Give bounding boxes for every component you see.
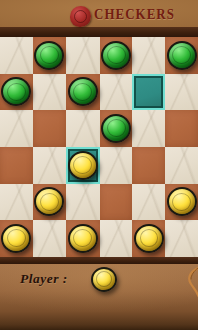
square-0-0 [0,37,33,74]
square-4-0 [0,184,33,221]
square-4-1[interactable] [33,184,66,221]
move-target-square[interactable] [132,74,165,111]
green-piece[interactable] [167,41,197,70]
checkers-app: CHECKERS Player : [0,0,198,330]
square-0-5[interactable] [165,37,198,74]
green-piece[interactable] [68,77,98,106]
app-title: CHECKERS [94,6,175,23]
yellow-piece[interactable] [68,224,98,253]
square-0-1[interactable] [33,37,66,74]
square-1-1 [33,74,66,111]
square-2-5[interactable] [165,110,198,147]
square-2-1[interactable] [33,110,66,147]
green-piece[interactable] [101,114,131,143]
square-5-2[interactable] [66,220,100,257]
square-5-0[interactable] [0,220,33,257]
square-5-1 [33,220,66,257]
green-piece[interactable] [1,77,31,106]
square-2-4 [132,110,165,147]
square-4-2 [66,184,100,221]
square-0-2 [66,37,100,74]
square-5-5 [165,220,198,257]
square-3-1 [33,147,66,184]
square-1-0[interactable] [0,74,33,111]
top-divider-bar [0,27,198,37]
yellow-piece[interactable] [68,151,98,180]
square-4-5[interactable] [165,184,198,221]
checkers-board [0,37,198,257]
square-2-2 [66,110,100,147]
header: CHECKERS [0,0,198,27]
green-piece[interactable] [101,41,131,70]
square-5-3 [100,220,133,257]
square-4-4 [132,184,165,221]
square-4-3[interactable] [100,184,133,221]
square-5-4[interactable] [132,220,165,257]
status-bar: Player : [0,264,198,330]
square-3-4[interactable] [132,147,165,184]
bottom-divider-bar [0,257,198,264]
yellow-piece[interactable] [134,224,164,253]
green-piece[interactable] [34,41,64,70]
square-3-5 [165,147,198,184]
square-1-2[interactable] [66,74,100,111]
yellow-piece[interactable] [1,224,31,253]
square-2-3[interactable] [100,110,133,147]
selected-square[interactable] [66,147,100,184]
square-3-0[interactable] [0,147,33,184]
square-0-4 [132,37,165,74]
turn-indicator-yellow-piece [91,267,117,292]
wax-seal-icon [70,6,91,27]
scroll-flourish-icon [184,264,198,308]
yellow-piece[interactable] [167,187,197,216]
square-0-3[interactable] [100,37,133,74]
player-label: Player : [20,271,68,287]
square-1-3 [100,74,133,111]
square-2-0 [0,110,33,147]
square-1-5 [165,74,198,111]
yellow-piece[interactable] [34,187,64,216]
square-3-3 [100,147,133,184]
